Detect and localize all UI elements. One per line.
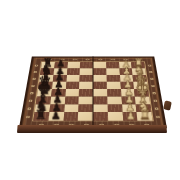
- chess-board: ♜♟♟♜♞♟♟♞♝♟♟♝♛♟♟♛♚♟♟♚♝♟♟♝♞♟♟♞♜♟♟♜: [19, 56, 167, 128]
- square: [106, 82, 120, 89]
- square: [80, 75, 93, 82]
- square: [93, 112, 108, 120]
- square: [78, 104, 93, 112]
- square: [93, 96, 107, 104]
- square: [67, 68, 80, 75]
- square: [93, 89, 107, 96]
- square: ♜: [33, 112, 49, 120]
- square: [93, 75, 106, 82]
- square: [79, 89, 93, 96]
- square: ♟: [122, 112, 138, 120]
- square: [78, 112, 93, 120]
- board-front-edge: [17, 125, 167, 133]
- square: [107, 96, 122, 104]
- square: [65, 89, 79, 96]
- square: [64, 96, 79, 104]
- white-rook: ♜: [138, 108, 153, 121]
- square: [93, 68, 106, 75]
- square: [107, 89, 121, 96]
- square: [63, 112, 78, 120]
- square: [93, 82, 107, 89]
- square: [79, 82, 93, 89]
- square: [66, 75, 80, 82]
- chess-set-photo: ♜♟♟♜♞♟♟♞♝♟♟♝♛♟♟♛♚♟♟♚♝♟♟♝♞♟♟♞♜♟♟♜: [0, 0, 180, 180]
- square: [107, 104, 122, 112]
- perspective-scene: ♜♟♟♜♞♟♟♞♝♟♟♝♛♟♟♛♚♟♟♚♝♟♟♝♞♟♟♞♜♟♟♜: [0, 0, 180, 180]
- square: [66, 82, 80, 89]
- square: [80, 68, 93, 75]
- square: ♜: [137, 112, 153, 120]
- black-rook: ♜: [33, 108, 48, 121]
- square: [106, 68, 119, 75]
- white-pawn: ♟: [123, 110, 138, 121]
- square: [64, 104, 79, 112]
- square: ♟: [48, 112, 64, 120]
- square: [106, 75, 120, 82]
- black-pawn: ♟: [48, 110, 63, 121]
- square: [108, 112, 123, 120]
- square: [79, 96, 93, 104]
- square: [93, 104, 108, 112]
